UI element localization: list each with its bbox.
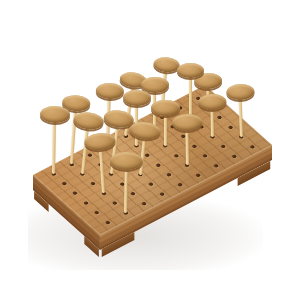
peg-hole: [155, 163, 161, 167]
cake-pop: [210, 103, 214, 137]
board-foot: [238, 161, 271, 186]
wooden-disc-top: [177, 63, 204, 78]
peg-hole: [144, 153, 150, 157]
wooden-disc-top: [95, 83, 124, 100]
peg-hole: [86, 153, 92, 157]
peg-hole: [159, 192, 165, 196]
peg-hole: [130, 192, 136, 196]
peg-hole: [90, 182, 96, 186]
wooden-disc-top: [39, 105, 69, 123]
peg-hole: [216, 115, 222, 119]
wooden-disc-top: [153, 56, 180, 73]
wooden-disc-top: [225, 84, 254, 101]
cake-pop: [185, 123, 189, 165]
peg-hole: [220, 144, 226, 148]
peg-hole: [195, 173, 201, 177]
lollipop-stick: [189, 71, 192, 117]
peg-hole: [61, 181, 67, 185]
wooden-disc-top: [110, 152, 143, 171]
peg-hole: [249, 145, 255, 149]
peg-hole: [148, 182, 154, 186]
wooden-disc-top: [198, 94, 226, 110]
cake-pop: [238, 93, 243, 137]
peg-hole: [112, 201, 118, 205]
peg-hole: [94, 210, 100, 214]
wooden-disc-top: [171, 114, 201, 132]
peg-hole: [72, 191, 78, 195]
wooden-disc-top: [123, 90, 151, 106]
peg-hole: [227, 125, 233, 129]
peg-hole: [213, 163, 219, 167]
product-photo-stage: [0, 0, 300, 300]
cake-pop: [164, 109, 167, 146]
peg-hole: [166, 173, 172, 177]
cake-pop: [189, 71, 192, 117]
wooden-disc-top: [72, 110, 104, 130]
peg-hole: [173, 153, 179, 157]
peg-hole: [83, 201, 89, 205]
peg-hole: [141, 201, 147, 205]
peg-hole: [177, 182, 183, 186]
peg-hole: [191, 144, 197, 148]
peg-hole: [231, 154, 237, 158]
peg-hole: [104, 220, 110, 224]
peg-hole: [202, 154, 208, 158]
